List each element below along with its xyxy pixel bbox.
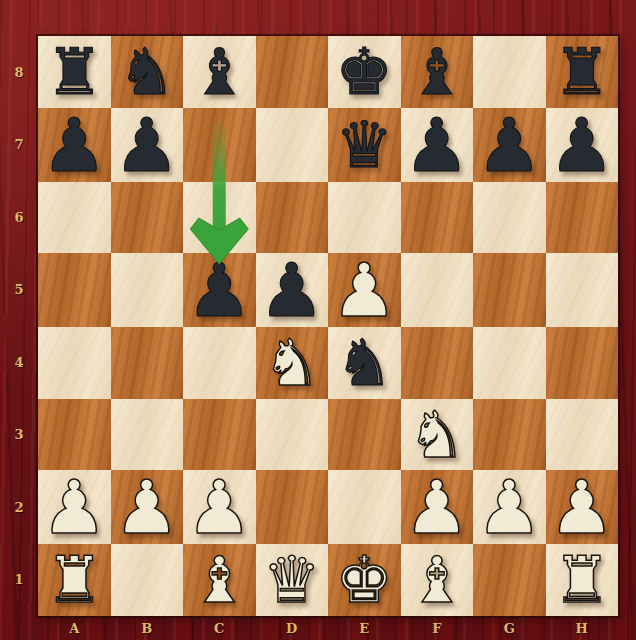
square-f4[interactable] [401, 327, 474, 399]
square-d8[interactable] [256, 36, 329, 108]
piece-bP-a7[interactable]: ♟ [41, 108, 107, 182]
square-f3[interactable]: ♞ [401, 399, 474, 471]
square-a1[interactable]: ♜ [38, 544, 111, 616]
square-b8[interactable]: ♞ [111, 36, 184, 108]
square-c4[interactable] [183, 327, 256, 399]
square-f5[interactable] [401, 253, 474, 327]
square-e6[interactable] [328, 182, 401, 254]
rank-label-7: 7 [14, 137, 23, 152]
piece-bK-e8[interactable]: ♚ [336, 40, 393, 104]
square-d4[interactable]: ♞ [256, 327, 329, 399]
rank-label-2: 2 [14, 500, 23, 515]
piece-wB-c1[interactable]: ♝ [191, 548, 248, 612]
square-f6[interactable] [401, 182, 474, 254]
square-b6[interactable] [111, 182, 184, 254]
file-label-G: G [504, 621, 515, 636]
square-d3[interactable] [256, 399, 329, 471]
chess-board: ♜♞♝♚♝♜♟♟♛♟♟♟♟♟♟♞♞♞♟♟♟♟♟♟♜♝♛♚♝♜ [38, 36, 618, 616]
square-h1[interactable]: ♜ [546, 544, 619, 616]
piece-wP-e5[interactable]: ♟ [331, 253, 397, 327]
rank-labels: 87654321 [0, 36, 38, 616]
square-d7[interactable] [256, 108, 329, 182]
piece-wP-c2[interactable]: ♟ [186, 470, 252, 544]
piece-wR-a1[interactable]: ♜ [46, 548, 103, 612]
piece-bR-a8[interactable]: ♜ [46, 40, 103, 104]
piece-wP-g2[interactable]: ♟ [476, 470, 542, 544]
square-a3[interactable] [38, 399, 111, 471]
piece-bB-c8[interactable]: ♝ [191, 40, 248, 104]
file-label-B: B [141, 621, 152, 636]
square-b3[interactable] [111, 399, 184, 471]
file-label-C: C [214, 621, 224, 636]
square-a5[interactable] [38, 253, 111, 327]
square-a6[interactable] [38, 182, 111, 254]
square-e3[interactable] [328, 399, 401, 471]
square-g8[interactable] [473, 36, 546, 108]
square-h7[interactable]: ♟ [546, 108, 619, 182]
square-g3[interactable] [473, 399, 546, 471]
piece-wR-h1[interactable]: ♜ [553, 548, 610, 612]
rank-label-5: 5 [14, 282, 23, 297]
piece-bP-f7[interactable]: ♟ [404, 108, 470, 182]
square-g4[interactable] [473, 327, 546, 399]
square-e8[interactable]: ♚ [328, 36, 401, 108]
square-f7[interactable]: ♟ [401, 108, 474, 182]
piece-wQ-d1[interactable]: ♛ [263, 548, 320, 612]
piece-wP-f2[interactable]: ♟ [404, 470, 470, 544]
square-e4[interactable]: ♞ [328, 327, 401, 399]
square-e2[interactable] [328, 470, 401, 544]
square-d1[interactable]: ♛ [256, 544, 329, 616]
rank-label-1: 1 [14, 572, 23, 587]
square-e7[interactable]: ♛ [328, 108, 401, 182]
square-a2[interactable]: ♟ [38, 470, 111, 544]
square-b7[interactable]: ♟ [111, 108, 184, 182]
piece-bP-h7[interactable]: ♟ [549, 108, 615, 182]
square-c1[interactable]: ♝ [183, 544, 256, 616]
square-a4[interactable] [38, 327, 111, 399]
board-frame: ♜♞♝♚♝♜♟♟♛♟♟♟♟♟♟♞♞♞♟♟♟♟♟♟♜♝♛♚♝♜ 87654321 … [0, 0, 636, 640]
square-g7[interactable]: ♟ [473, 108, 546, 182]
piece-bR-h8[interactable]: ♜ [553, 40, 610, 104]
square-a8[interactable]: ♜ [38, 36, 111, 108]
square-b4[interactable] [111, 327, 184, 399]
square-b5[interactable] [111, 253, 184, 327]
piece-bP-c5[interactable]: ♟ [186, 253, 252, 327]
piece-bP-b7[interactable]: ♟ [114, 108, 180, 182]
piece-wN-f3[interactable]: ♞ [408, 403, 465, 467]
rank-label-8: 8 [14, 65, 23, 80]
square-e1[interactable]: ♚ [328, 544, 401, 616]
file-label-F: F [432, 621, 441, 636]
file-label-E: E [359, 621, 369, 636]
file-label-H: H [576, 621, 588, 636]
piece-bN-e4[interactable]: ♞ [336, 331, 393, 395]
piece-wN-d4[interactable]: ♞ [263, 331, 320, 395]
square-h4[interactable] [546, 327, 619, 399]
square-h2[interactable]: ♟ [546, 470, 619, 544]
square-d6[interactable] [256, 182, 329, 254]
piece-bB-f8[interactable]: ♝ [408, 40, 465, 104]
square-f2[interactable]: ♟ [401, 470, 474, 544]
square-c6[interactable] [183, 182, 256, 254]
rank-label-3: 3 [14, 427, 23, 442]
square-f1[interactable]: ♝ [401, 544, 474, 616]
square-c5[interactable]: ♟ [183, 253, 256, 327]
piece-wP-a2[interactable]: ♟ [41, 470, 107, 544]
rank-label-4: 4 [14, 355, 23, 370]
square-f8[interactable]: ♝ [401, 36, 474, 108]
square-g1[interactable] [473, 544, 546, 616]
square-h8[interactable]: ♜ [546, 36, 619, 108]
rank-label-6: 6 [14, 210, 23, 225]
square-c2[interactable]: ♟ [183, 470, 256, 544]
square-c7[interactable] [183, 108, 256, 182]
file-label-D: D [286, 621, 297, 636]
piece-bN-b8[interactable]: ♞ [118, 40, 175, 104]
square-c3[interactable] [183, 399, 256, 471]
piece-wP-b2[interactable]: ♟ [114, 470, 180, 544]
square-h6[interactable] [546, 182, 619, 254]
square-a7[interactable]: ♟ [38, 108, 111, 182]
piece-bP-g7[interactable]: ♟ [476, 108, 542, 182]
square-b1[interactable] [111, 544, 184, 616]
piece-wB-f1[interactable]: ♝ [408, 548, 465, 612]
piece-bP-d5[interactable]: ♟ [259, 253, 325, 327]
piece-bQ-e7[interactable]: ♛ [336, 113, 393, 177]
square-g5[interactable] [473, 253, 546, 327]
piece-wK-e1[interactable]: ♚ [336, 548, 393, 612]
piece-wP-h2[interactable]: ♟ [549, 470, 615, 544]
square-b2[interactable]: ♟ [111, 470, 184, 544]
square-h3[interactable] [546, 399, 619, 471]
square-e5[interactable]: ♟ [328, 253, 401, 327]
square-g6[interactable] [473, 182, 546, 254]
file-label-A: A [69, 621, 79, 636]
square-c8[interactable]: ♝ [183, 36, 256, 108]
square-h5[interactable] [546, 253, 619, 327]
file-labels: ABCDEFGH [38, 616, 618, 640]
square-d5[interactable]: ♟ [256, 253, 329, 327]
square-g2[interactable]: ♟ [473, 470, 546, 544]
square-d2[interactable] [256, 470, 329, 544]
